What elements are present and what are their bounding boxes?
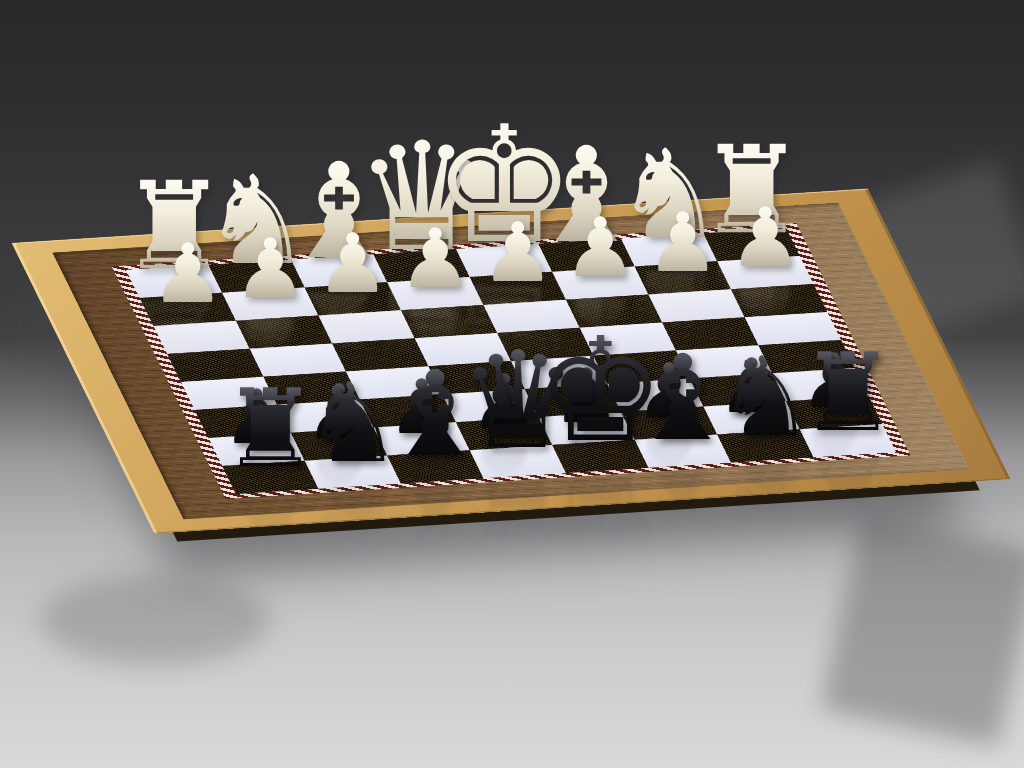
pawn-glyph: ♟: [729, 197, 803, 279]
rook-glyph: ♜: [799, 339, 896, 447]
pawn-glyph: ♟: [151, 233, 225, 315]
rook-reflection: ♜: [799, 443, 896, 551]
pawn-glyph: ♟: [234, 228, 308, 310]
pawn-glyph: ♟: [399, 218, 473, 300]
pawn-glyph: ♟: [564, 207, 638, 289]
pawn-glyph: ♟: [646, 202, 720, 284]
pawn-glyph: ♟: [316, 223, 390, 305]
pawn-reflection: ♟: [151, 311, 225, 393]
chess-scene: 3D rendered wooden chess set, all pieces…: [0, 0, 1024, 768]
floor-shadow-left: [40, 575, 270, 665]
pawn-glyph: ♟: [481, 212, 555, 294]
